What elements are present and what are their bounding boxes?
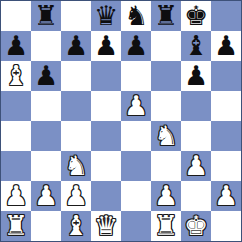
square-d5[interactable] bbox=[91, 91, 121, 121]
square-d4[interactable] bbox=[91, 121, 121, 151]
white-pawn-piece[interactable]: ♟ bbox=[64, 182, 88, 209]
white-rook-piece[interactable]: ♜ bbox=[154, 212, 178, 239]
square-c1[interactable]: ♝ bbox=[61, 211, 91, 241]
square-h6[interactable] bbox=[211, 61, 241, 91]
chess-board: ♜♛♞♜♚♟♟♟♟♝♟♝♟♟♟♞♞♟♟♟♟♟♟♜♝♛♜♚ bbox=[0, 0, 242, 242]
square-e3[interactable] bbox=[121, 151, 151, 181]
white-king-piece[interactable]: ♚ bbox=[184, 212, 208, 239]
black-pawn-piece[interactable]: ♟ bbox=[64, 32, 88, 59]
square-a3[interactable] bbox=[1, 151, 31, 181]
square-e2[interactable] bbox=[121, 181, 151, 211]
square-a6[interactable]: ♝ bbox=[1, 61, 31, 91]
square-g1[interactable]: ♚ bbox=[181, 211, 211, 241]
square-a7[interactable]: ♟ bbox=[1, 31, 31, 61]
square-d2[interactable] bbox=[91, 181, 121, 211]
black-pawn-piece[interactable]: ♟ bbox=[94, 32, 118, 59]
square-b3[interactable] bbox=[31, 151, 61, 181]
black-pawn-piece[interactable]: ♟ bbox=[184, 62, 208, 89]
square-f2[interactable]: ♟ bbox=[151, 181, 181, 211]
black-pawn-piece[interactable]: ♟ bbox=[214, 32, 238, 59]
black-queen-piece[interactable]: ♛ bbox=[94, 2, 118, 29]
black-bishop-piece[interactable]: ♝ bbox=[184, 32, 208, 59]
chess-board-grid: ♜♛♞♜♚♟♟♟♟♝♟♝♟♟♟♞♞♟♟♟♟♟♟♜♝♛♜♚ bbox=[1, 1, 241, 241]
square-c4[interactable] bbox=[61, 121, 91, 151]
white-knight-piece[interactable]: ♞ bbox=[154, 122, 178, 149]
square-c8[interactable] bbox=[61, 1, 91, 31]
square-h5[interactable] bbox=[211, 91, 241, 121]
square-e4[interactable] bbox=[121, 121, 151, 151]
white-knight-piece[interactable]: ♞ bbox=[64, 152, 88, 179]
square-f7[interactable] bbox=[151, 31, 181, 61]
square-a2[interactable]: ♟ bbox=[1, 181, 31, 211]
white-rook-piece[interactable]: ♜ bbox=[4, 212, 28, 239]
square-g3[interactable]: ♟ bbox=[181, 151, 211, 181]
square-f5[interactable] bbox=[151, 91, 181, 121]
square-f1[interactable]: ♜ bbox=[151, 211, 181, 241]
black-rook-piece[interactable]: ♜ bbox=[34, 2, 58, 29]
square-d6[interactable] bbox=[91, 61, 121, 91]
square-d8[interactable]: ♛ bbox=[91, 1, 121, 31]
square-e8[interactable]: ♞ bbox=[121, 1, 151, 31]
black-king-piece[interactable]: ♚ bbox=[184, 2, 208, 29]
square-a4[interactable] bbox=[1, 121, 31, 151]
square-d3[interactable] bbox=[91, 151, 121, 181]
square-g5[interactable] bbox=[181, 91, 211, 121]
square-g7[interactable]: ♝ bbox=[181, 31, 211, 61]
square-b1[interactable] bbox=[31, 211, 61, 241]
square-h4[interactable] bbox=[211, 121, 241, 151]
square-b5[interactable] bbox=[31, 91, 61, 121]
square-b6[interactable]: ♟ bbox=[31, 61, 61, 91]
white-bishop-piece[interactable]: ♝ bbox=[4, 62, 28, 89]
square-c5[interactable] bbox=[61, 91, 91, 121]
black-pawn-piece[interactable]: ♟ bbox=[34, 62, 58, 89]
black-pawn-piece[interactable]: ♟ bbox=[124, 32, 148, 59]
white-pawn-piece[interactable]: ♟ bbox=[154, 182, 178, 209]
square-d1[interactable]: ♛ bbox=[91, 211, 121, 241]
white-pawn-piece[interactable]: ♟ bbox=[124, 92, 148, 119]
square-f3[interactable] bbox=[151, 151, 181, 181]
square-h8[interactable] bbox=[211, 1, 241, 31]
square-c6[interactable] bbox=[61, 61, 91, 91]
white-pawn-piece[interactable]: ♟ bbox=[214, 182, 238, 209]
black-knight-piece[interactable]: ♞ bbox=[124, 2, 148, 29]
square-e5[interactable]: ♟ bbox=[121, 91, 151, 121]
square-g6[interactable]: ♟ bbox=[181, 61, 211, 91]
square-c2[interactable]: ♟ bbox=[61, 181, 91, 211]
square-a5[interactable] bbox=[1, 91, 31, 121]
square-h1[interactable] bbox=[211, 211, 241, 241]
white-queen-piece[interactable]: ♛ bbox=[94, 212, 118, 239]
square-a8[interactable] bbox=[1, 1, 31, 31]
square-h2[interactable]: ♟ bbox=[211, 181, 241, 211]
white-pawn-piece[interactable]: ♟ bbox=[4, 182, 28, 209]
black-rook-piece[interactable]: ♜ bbox=[154, 2, 178, 29]
square-g4[interactable] bbox=[181, 121, 211, 151]
square-g2[interactable] bbox=[181, 181, 211, 211]
square-c3[interactable]: ♞ bbox=[61, 151, 91, 181]
square-e7[interactable]: ♟ bbox=[121, 31, 151, 61]
square-b7[interactable] bbox=[31, 31, 61, 61]
square-f8[interactable]: ♜ bbox=[151, 1, 181, 31]
square-c7[interactable]: ♟ bbox=[61, 31, 91, 61]
square-a1[interactable]: ♜ bbox=[1, 211, 31, 241]
square-h7[interactable]: ♟ bbox=[211, 31, 241, 61]
square-f4[interactable]: ♞ bbox=[151, 121, 181, 151]
white-pawn-piece[interactable]: ♟ bbox=[184, 152, 208, 179]
white-bishop-piece[interactable]: ♝ bbox=[64, 212, 88, 239]
square-d7[interactable]: ♟ bbox=[91, 31, 121, 61]
square-g8[interactable]: ♚ bbox=[181, 1, 211, 31]
square-f6[interactable] bbox=[151, 61, 181, 91]
square-e6[interactable] bbox=[121, 61, 151, 91]
black-pawn-piece[interactable]: ♟ bbox=[4, 32, 28, 59]
square-b8[interactable]: ♜ bbox=[31, 1, 61, 31]
square-e1[interactable] bbox=[121, 211, 151, 241]
square-b2[interactable]: ♟ bbox=[31, 181, 61, 211]
white-pawn-piece[interactable]: ♟ bbox=[34, 182, 58, 209]
square-h3[interactable] bbox=[211, 151, 241, 181]
square-b4[interactable] bbox=[31, 121, 61, 151]
